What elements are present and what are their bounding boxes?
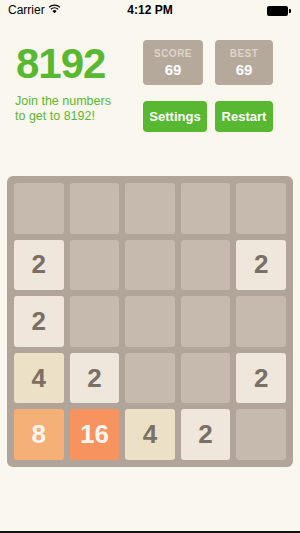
tile-2: 2 bbox=[181, 409, 231, 460]
best-box: BEST 69 bbox=[215, 40, 273, 85]
tile-2: 2 bbox=[14, 296, 64, 347]
empty-cell bbox=[125, 183, 175, 234]
tile-2: 2 bbox=[14, 240, 64, 291]
empty-cell bbox=[125, 240, 175, 291]
score-value: 69 bbox=[165, 61, 182, 78]
score-label: SCORE bbox=[154, 48, 192, 59]
empty-cell bbox=[236, 183, 286, 234]
subtitle-line1: Join the numbers bbox=[15, 94, 111, 108]
empty-cell bbox=[70, 183, 120, 234]
settings-button[interactable]: Settings bbox=[143, 101, 207, 132]
empty-cell bbox=[70, 296, 120, 347]
tile-2: 2 bbox=[70, 353, 120, 404]
tile-2: 2 bbox=[236, 240, 286, 291]
battery-icon bbox=[267, 5, 292, 16]
tile-2: 2 bbox=[236, 353, 286, 404]
empty-cell bbox=[236, 409, 286, 460]
best-label: BEST bbox=[230, 48, 259, 59]
tile-4: 4 bbox=[14, 353, 64, 404]
tile-16: 16 bbox=[70, 409, 120, 460]
tile-4: 4 bbox=[125, 409, 175, 460]
game-title: 8192 bbox=[16, 40, 105, 88]
empty-cell bbox=[236, 296, 286, 347]
empty-cell bbox=[181, 353, 231, 404]
empty-cell bbox=[14, 183, 64, 234]
empty-cell bbox=[125, 296, 175, 347]
app-screen: Carrier 4:12 PM 8192 Join the numbers to… bbox=[0, 0, 300, 533]
empty-cell bbox=[181, 183, 231, 234]
restart-button[interactable]: Restart bbox=[215, 101, 273, 132]
battery-body bbox=[267, 6, 288, 16]
status-bar: Carrier 4:12 PM bbox=[0, 0, 300, 20]
subtitle-line2: to get to 8192! bbox=[15, 109, 95, 123]
empty-cell bbox=[70, 240, 120, 291]
empty-cell bbox=[125, 353, 175, 404]
score-box: SCORE 69 bbox=[143, 40, 203, 85]
clock: 4:12 PM bbox=[0, 3, 300, 17]
game-subtitle: Join the numbers to get to 8192! bbox=[15, 94, 111, 124]
best-value: 69 bbox=[236, 61, 253, 78]
empty-cell bbox=[181, 240, 231, 291]
tile-8: 8 bbox=[14, 409, 64, 460]
game-board[interactable]: 22242281642 bbox=[7, 176, 293, 467]
empty-cell bbox=[181, 296, 231, 347]
battery-nub bbox=[289, 9, 291, 13]
